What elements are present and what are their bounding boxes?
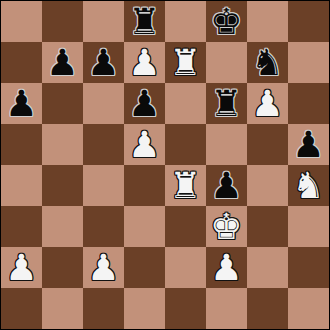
white-pawn-a2[interactable]: ♟ [5,247,37,288]
square-c7[interactable]: ♟ [83,42,124,83]
square-g6[interactable]: ♟ [247,83,288,124]
white-rook-e7[interactable]: ♜ [169,42,201,83]
chess-board-frame: ♜♚♟♟♟♜♞♟♟♜♟♟♟♜♟♞♚♟♟♟ [0,0,330,330]
white-pawn-d5[interactable]: ♟ [128,124,160,165]
white-pawn-f2[interactable]: ♟ [210,247,242,288]
square-h2[interactable] [288,247,329,288]
square-e5[interactable] [165,124,206,165]
square-f8[interactable]: ♚ [206,1,247,42]
square-b7[interactable]: ♟ [42,42,83,83]
square-a4[interactable] [1,165,42,206]
square-h7[interactable] [288,42,329,83]
square-a3[interactable] [1,206,42,247]
square-e3[interactable] [165,206,206,247]
square-c1[interactable] [83,288,124,329]
square-b6[interactable] [42,83,83,124]
square-d8[interactable]: ♜ [124,1,165,42]
square-e8[interactable] [165,1,206,42]
square-d4[interactable] [124,165,165,206]
black-pawn-h5[interactable]: ♟ [292,124,324,165]
square-h5[interactable]: ♟ [288,124,329,165]
square-h8[interactable] [288,1,329,42]
black-pawn-b7[interactable]: ♟ [46,42,78,83]
square-a5[interactable] [1,124,42,165]
square-f3[interactable]: ♚ [206,206,247,247]
white-pawn-c2[interactable]: ♟ [87,247,119,288]
square-e7[interactable]: ♜ [165,42,206,83]
square-g7[interactable]: ♞ [247,42,288,83]
square-c5[interactable] [83,124,124,165]
square-a6[interactable]: ♟ [1,83,42,124]
square-b2[interactable] [42,247,83,288]
square-a2[interactable]: ♟ [1,247,42,288]
square-h4[interactable]: ♞ [288,165,329,206]
square-c8[interactable] [83,1,124,42]
square-f6[interactable]: ♜ [206,83,247,124]
square-e6[interactable] [165,83,206,124]
square-c6[interactable] [83,83,124,124]
square-a1[interactable] [1,288,42,329]
black-knight-g7[interactable]: ♞ [251,42,283,83]
square-d5[interactable]: ♟ [124,124,165,165]
square-h6[interactable] [288,83,329,124]
square-f5[interactable] [206,124,247,165]
square-b4[interactable] [42,165,83,206]
square-d3[interactable] [124,206,165,247]
square-e1[interactable] [165,288,206,329]
white-pawn-d7[interactable]: ♟ [128,42,160,83]
square-g3[interactable] [247,206,288,247]
square-c2[interactable]: ♟ [83,247,124,288]
white-knight-h4[interactable]: ♞ [292,165,324,206]
black-rook-d8[interactable]: ♜ [128,1,160,42]
square-b8[interactable] [42,1,83,42]
white-king-f3[interactable]: ♚ [210,206,242,247]
square-f4[interactable]: ♟ [206,165,247,206]
square-c3[interactable] [83,206,124,247]
black-king-f8[interactable]: ♚ [210,1,242,42]
square-h3[interactable] [288,206,329,247]
chess-board: ♜♚♟♟♟♜♞♟♟♜♟♟♟♜♟♞♚♟♟♟ [1,1,329,329]
square-g1[interactable] [247,288,288,329]
white-rook-e4[interactable]: ♜ [169,165,201,206]
square-g2[interactable] [247,247,288,288]
square-d7[interactable]: ♟ [124,42,165,83]
square-d2[interactable] [124,247,165,288]
black-pawn-c7[interactable]: ♟ [87,42,119,83]
square-g5[interactable] [247,124,288,165]
black-pawn-d6[interactable]: ♟ [128,83,160,124]
white-pawn-g6[interactable]: ♟ [251,83,283,124]
black-rook-f6[interactable]: ♜ [210,83,242,124]
square-g8[interactable] [247,1,288,42]
square-f2[interactable]: ♟ [206,247,247,288]
square-b5[interactable] [42,124,83,165]
square-b1[interactable] [42,288,83,329]
square-a7[interactable] [1,42,42,83]
square-c4[interactable] [83,165,124,206]
square-e4[interactable]: ♜ [165,165,206,206]
square-d6[interactable]: ♟ [124,83,165,124]
square-f1[interactable] [206,288,247,329]
square-g4[interactable] [247,165,288,206]
square-f7[interactable] [206,42,247,83]
square-a8[interactable] [1,1,42,42]
square-b3[interactable] [42,206,83,247]
square-h1[interactable] [288,288,329,329]
square-e2[interactable] [165,247,206,288]
black-pawn-f4[interactable]: ♟ [210,165,242,206]
black-pawn-a6[interactable]: ♟ [5,83,37,124]
square-d1[interactable] [124,288,165,329]
